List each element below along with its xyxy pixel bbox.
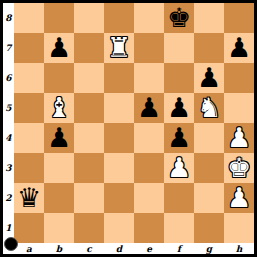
file-label-d: d — [104, 243, 134, 254]
rank-label-2: 2 — [3, 183, 14, 213]
square-a7[interactable] — [14, 33, 44, 63]
square-d2[interactable] — [104, 183, 134, 213]
square-a4[interactable] — [14, 123, 44, 153]
square-c2[interactable] — [74, 183, 104, 213]
chess-board[interactable]: ♚♟♜♟♟♝♟♟♞♟♟♟♟♚♛♟ — [14, 3, 254, 243]
rank-label-5: 5 — [3, 93, 14, 123]
square-a3[interactable] — [14, 153, 44, 183]
square-b8[interactable] — [44, 3, 74, 33]
piece-black-pawn[interactable]: ♟ — [44, 123, 74, 153]
square-h7[interactable]: ♟ — [224, 33, 254, 63]
square-h4[interactable]: ♟ — [224, 123, 254, 153]
square-a8[interactable] — [14, 3, 44, 33]
file-label-h: h — [224, 243, 254, 254]
square-f4[interactable]: ♟ — [164, 123, 194, 153]
square-e4[interactable] — [134, 123, 164, 153]
square-f3[interactable]: ♟ — [164, 153, 194, 183]
square-d5[interactable] — [104, 93, 134, 123]
square-b5[interactable]: ♝ — [44, 93, 74, 123]
square-d7[interactable]: ♜ — [104, 33, 134, 63]
piece-white-king[interactable]: ♚ — [224, 153, 254, 183]
piece-white-pawn[interactable]: ♟ — [224, 123, 254, 153]
square-c8[interactable] — [74, 3, 104, 33]
piece-black-pawn[interactable]: ♟ — [164, 93, 194, 123]
square-b2[interactable] — [44, 183, 74, 213]
file-label-e: e — [134, 243, 164, 254]
rank-label-6: 6 — [3, 63, 14, 93]
square-a1[interactable] — [14, 213, 44, 243]
square-e3[interactable] — [134, 153, 164, 183]
square-g8[interactable] — [194, 3, 224, 33]
square-c5[interactable] — [74, 93, 104, 123]
square-h1[interactable] — [224, 213, 254, 243]
square-e7[interactable] — [134, 33, 164, 63]
piece-black-king[interactable]: ♚ — [164, 3, 194, 33]
file-labels: abcdefgh — [14, 243, 254, 254]
square-g5[interactable]: ♞ — [194, 93, 224, 123]
square-c4[interactable] — [74, 123, 104, 153]
square-f7[interactable] — [164, 33, 194, 63]
piece-black-pawn[interactable]: ♟ — [44, 33, 74, 63]
square-h3[interactable]: ♚ — [224, 153, 254, 183]
square-a6[interactable] — [14, 63, 44, 93]
piece-black-pawn[interactable]: ♟ — [164, 123, 194, 153]
square-g7[interactable] — [194, 33, 224, 63]
square-a5[interactable] — [14, 93, 44, 123]
file-label-b: b — [44, 243, 74, 254]
piece-white-knight[interactable]: ♞ — [194, 93, 224, 123]
square-g2[interactable] — [194, 183, 224, 213]
piece-white-rook[interactable]: ♜ — [104, 33, 134, 63]
square-h8[interactable] — [224, 3, 254, 33]
square-d6[interactable] — [104, 63, 134, 93]
square-g1[interactable] — [194, 213, 224, 243]
rank-label-3: 3 — [3, 153, 14, 183]
square-e5[interactable]: ♟ — [134, 93, 164, 123]
square-f1[interactable] — [164, 213, 194, 243]
square-c1[interactable] — [74, 213, 104, 243]
square-e2[interactable] — [134, 183, 164, 213]
square-f5[interactable]: ♟ — [164, 93, 194, 123]
file-label-g: g — [194, 243, 224, 254]
square-d3[interactable] — [104, 153, 134, 183]
square-b1[interactable] — [44, 213, 74, 243]
square-h5[interactable] — [224, 93, 254, 123]
square-e6[interactable] — [134, 63, 164, 93]
rank-labels: 87654321 — [3, 3, 14, 243]
square-f6[interactable] — [164, 63, 194, 93]
square-b6[interactable] — [44, 63, 74, 93]
square-c7[interactable] — [74, 33, 104, 63]
piece-white-pawn[interactable]: ♟ — [164, 153, 194, 183]
square-g6[interactable]: ♟ — [194, 63, 224, 93]
square-b7[interactable]: ♟ — [44, 33, 74, 63]
square-d4[interactable] — [104, 123, 134, 153]
square-c6[interactable] — [74, 63, 104, 93]
file-label-f: f — [164, 243, 194, 254]
rank-label-8: 8 — [3, 3, 14, 33]
file-label-c: c — [74, 243, 104, 254]
square-d8[interactable] — [104, 3, 134, 33]
square-b3[interactable] — [44, 153, 74, 183]
chess-diagram: 87654321 ♚♟♜♟♟♝♟♟♞♟♟♟♟♚♛♟ abcdefgh — [0, 0, 257, 257]
square-d1[interactable] — [104, 213, 134, 243]
piece-white-bishop[interactable]: ♝ — [44, 93, 74, 123]
file-label-a: a — [14, 243, 44, 254]
square-c3[interactable] — [74, 153, 104, 183]
square-f2[interactable] — [164, 183, 194, 213]
rank-label-4: 4 — [3, 123, 14, 153]
piece-black-pawn[interactable]: ♟ — [194, 63, 224, 93]
rank-label-7: 7 — [3, 33, 14, 63]
square-g3[interactable] — [194, 153, 224, 183]
square-g4[interactable] — [194, 123, 224, 153]
square-a2[interactable]: ♛ — [14, 183, 44, 213]
piece-black-pawn[interactable]: ♟ — [134, 93, 164, 123]
piece-black-pawn[interactable]: ♟ — [224, 33, 254, 63]
square-f8[interactable]: ♚ — [164, 3, 194, 33]
square-e1[interactable] — [134, 213, 164, 243]
black-to-move-indicator — [4, 237, 18, 251]
square-h2[interactable]: ♟ — [224, 183, 254, 213]
piece-black-queen[interactable]: ♛ — [14, 183, 44, 213]
square-h6[interactable] — [224, 63, 254, 93]
piece-white-pawn[interactable]: ♟ — [224, 183, 254, 213]
square-e8[interactable] — [134, 3, 164, 33]
square-b4[interactable]: ♟ — [44, 123, 74, 153]
